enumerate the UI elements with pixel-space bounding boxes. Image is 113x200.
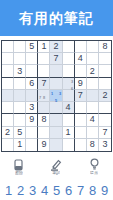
- cell-r2c5[interactable]: 7: [50, 53, 62, 65]
- cell-r2c9[interactable]: [99, 53, 111, 65]
- cell-r1c5[interactable]: 2: [50, 41, 62, 53]
- pad-number-7[interactable]: 7: [75, 183, 86, 199]
- cell-r8c8[interactable]: [87, 127, 99, 139]
- cell-r4c8[interactable]: [87, 78, 99, 90]
- cell-r9c3[interactable]: [26, 139, 38, 151]
- app-header: 有用的筆記: [0, 0, 113, 36]
- erase-label: 擦除: [15, 171, 23, 175]
- cell-r5c1[interactable]: [2, 90, 14, 102]
- cell-r6c4[interactable]: [38, 102, 50, 114]
- sudoku-app: 有用的筆記 5128743267369781358723498425171983…: [0, 0, 113, 200]
- pad-number-4[interactable]: 4: [39, 183, 50, 199]
- pad-number-9[interactable]: 9: [99, 183, 110, 199]
- cell-r3c6[interactable]: [63, 65, 75, 77]
- pad-number-1[interactable]: 1: [3, 183, 14, 199]
- cell-r3c1[interactable]: [2, 65, 14, 77]
- cell-r2c7[interactable]: 4: [75, 53, 87, 65]
- cell-r5c7[interactable]: 7: [75, 90, 87, 102]
- cell-r7c9[interactable]: [99, 114, 111, 126]
- cell-r9c6[interactable]: [63, 139, 75, 151]
- cell-r5c2[interactable]: [14, 90, 26, 102]
- pencil-notes: 1358: [50, 90, 61, 101]
- cell-r9c7[interactable]: [75, 139, 87, 151]
- cell-r5c4[interactable]: 78: [38, 90, 50, 102]
- cell-r6c8[interactable]: [87, 102, 99, 114]
- cell-r9c4[interactable]: 9: [38, 139, 50, 151]
- erase-button[interactable]: 擦除: [11, 158, 27, 179]
- note-slot-2: [43, 90, 45, 91]
- cell-r1c9[interactable]: 8: [99, 41, 111, 53]
- cell-r7c8[interactable]: 4: [87, 114, 99, 126]
- cell-r9c1[interactable]: [2, 139, 14, 151]
- pad-number-8[interactable]: 8: [87, 183, 98, 199]
- hint-button[interactable]: 提示: [86, 158, 102, 179]
- cell-r9c2[interactable]: 1: [14, 139, 26, 151]
- cell-r8c6[interactable]: 1: [63, 127, 75, 139]
- page-title: 有用的筆記: [19, 11, 94, 25]
- pencil-icon: [50, 158, 62, 171]
- cell-r4c2[interactable]: [14, 78, 26, 90]
- cell-r6c5[interactable]: [50, 102, 62, 114]
- cell-r9c5[interactable]: [50, 139, 62, 151]
- cell-r3c9[interactable]: [99, 65, 111, 77]
- note-slot-3: 3: [71, 79, 73, 83]
- cell-r3c7[interactable]: [75, 65, 87, 77]
- cell-r5c9[interactable]: 2: [99, 90, 111, 102]
- note-slot-1: [63, 79, 65, 83]
- cell-r5c5[interactable]: 1358: [50, 90, 62, 102]
- cell-r4c1[interactable]: [2, 78, 14, 90]
- cell-r4c5[interactable]: [50, 78, 62, 90]
- notes-button[interactable]: 筆記: [48, 158, 64, 179]
- note-slot-1: 1: [51, 91, 53, 95]
- cell-r8c3[interactable]: [26, 127, 38, 139]
- cell-r8c9[interactable]: 7: [99, 127, 111, 139]
- cell-r9c9[interactable]: 3: [99, 139, 111, 151]
- cell-r8c4[interactable]: [38, 127, 50, 139]
- pad-number-5[interactable]: 5: [51, 183, 62, 199]
- cell-r3c2[interactable]: 3: [14, 65, 26, 77]
- pad-number-2[interactable]: 2: [15, 183, 26, 199]
- note-slot-1: [39, 90, 41, 91]
- pencil-notes: 78: [38, 90, 49, 101]
- cell-r4c7[interactable]: 9: [75, 78, 87, 90]
- cell-r6c6[interactable]: 4: [63, 102, 75, 114]
- cell-r1c1[interactable]: [2, 41, 14, 53]
- note-slot-3: 3: [59, 91, 61, 95]
- note-slot-8: 8: [43, 96, 45, 100]
- cell-r9c8[interactable]: 8: [87, 139, 99, 151]
- cell-r4c3[interactable]: 6: [26, 78, 38, 90]
- cell-r4c9[interactable]: [99, 78, 111, 90]
- cell-r1c2[interactable]: [14, 41, 26, 53]
- cell-r6c1[interactable]: [2, 102, 14, 114]
- cell-r6c2[interactable]: [14, 102, 26, 114]
- hint-label: 提示: [90, 171, 98, 175]
- note-slot-7: 7: [39, 96, 41, 100]
- cell-r7c1[interactable]: [2, 114, 14, 126]
- cell-r6c9[interactable]: [99, 102, 111, 114]
- sudoku-board: 5128743267369781358723498425171983: [1, 40, 112, 152]
- cell-r3c4[interactable]: [38, 65, 50, 77]
- number-pad: 123456789: [0, 183, 113, 199]
- cell-r6c7[interactable]: [75, 102, 87, 114]
- cell-r2c3[interactable]: [26, 53, 38, 65]
- cell-r7c3[interactable]: 9: [26, 114, 38, 126]
- cell-r8c5[interactable]: [50, 127, 62, 139]
- cell-r8c2[interactable]: 5: [14, 127, 26, 139]
- pad-number-6[interactable]: 6: [63, 183, 74, 199]
- pad-number-3[interactable]: 3: [27, 183, 38, 199]
- note-slot-5: [43, 92, 45, 93]
- cell-r2c2[interactable]: [14, 53, 26, 65]
- pencil-notes: 36: [63, 78, 74, 89]
- cell-r2c8[interactable]: [87, 53, 99, 65]
- toolbar: 擦除 筆記 提示: [0, 158, 113, 182]
- cell-r7c5[interactable]: [50, 114, 62, 126]
- cell-r2c1[interactable]: [2, 53, 14, 65]
- cell-r7c7[interactable]: [75, 114, 87, 126]
- lightbulb-icon: [89, 158, 100, 171]
- cell-r1c8[interactable]: [87, 41, 99, 53]
- note-slot-9: [47, 96, 49, 100]
- cell-r4c4[interactable]: 7: [38, 78, 50, 90]
- note-slot-6: [47, 92, 49, 93]
- notes-label: 筆記: [52, 171, 60, 175]
- cell-r5c8[interactable]: [87, 90, 99, 102]
- note-slot-2: [55, 91, 57, 95]
- cell-r1c3[interactable]: 5: [26, 41, 38, 53]
- cell-r7c2[interactable]: [14, 114, 26, 126]
- cell-r8c1[interactable]: 2: [2, 127, 14, 139]
- cell-r2c4[interactable]: [38, 53, 50, 65]
- cell-r3c8[interactable]: 2: [87, 65, 99, 77]
- cell-r4c6[interactable]: 36: [63, 78, 75, 90]
- cell-r1c7[interactable]: [75, 41, 87, 53]
- cell-r5c6[interactable]: [63, 90, 75, 102]
- note-slot-3: [47, 90, 49, 91]
- note-slot-2: [67, 79, 69, 83]
- cell-r7c6[interactable]: [63, 114, 75, 126]
- cell-r5c3[interactable]: [26, 90, 38, 102]
- cell-r2c6[interactable]: [63, 53, 75, 65]
- cell-r3c5[interactable]: [50, 65, 62, 77]
- cell-r6c3[interactable]: 3: [26, 102, 38, 114]
- cell-r1c6[interactable]: [63, 41, 75, 53]
- note-slot-4: [39, 92, 41, 93]
- cell-r8c7[interactable]: [75, 127, 87, 139]
- cell-r1c4[interactable]: 1: [38, 41, 50, 53]
- eraser-icon: [13, 158, 24, 171]
- cell-r7c4[interactable]: 8: [38, 114, 50, 126]
- cell-r3c3[interactable]: [26, 65, 38, 77]
